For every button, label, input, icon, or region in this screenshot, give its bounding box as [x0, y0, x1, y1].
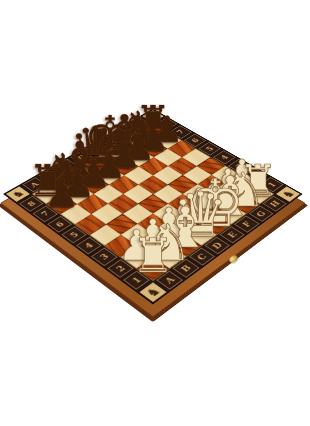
square-a2	[120, 246, 153, 269]
square-a1	[136, 257, 169, 280]
square-f2	[199, 194, 229, 214]
square-e3	[168, 194, 198, 214]
square-d2	[169, 214, 200, 235]
board-face: ♞ABCDEFGH♞8877665544332211♞ABCDEFGH♞	[3, 109, 303, 305]
square-c1	[169, 235, 201, 257]
square-d4	[138, 194, 168, 214]
square-a3	[105, 235, 137, 257]
square-b5	[91, 204, 122, 224]
board-scene: ♞ABCDEFGH♞8877665544332211♞ABCDEFGH♞	[0, 0, 310, 426]
square-c5	[107, 194, 137, 214]
square-e2	[184, 204, 215, 224]
square-b2	[137, 235, 169, 257]
square-b3	[121, 224, 153, 245]
square-f1	[215, 204, 246, 224]
square-b4	[106, 214, 137, 235]
square-d3	[153, 204, 184, 224]
square-b6	[77, 194, 107, 214]
square-c3	[137, 214, 168, 235]
chess-board: ♞ABCDEFGH♞8877665544332211♞ABCDEFGH♞	[3, 109, 303, 305]
square-c4	[122, 204, 153, 224]
square-a4	[90, 224, 122, 245]
square-c2	[153, 224, 185, 245]
square-g1	[229, 194, 259, 214]
product-photo-stage: ♞ABCDEFGH♞8877665544332211♞ABCDEFGH♞ ♜♞♝…	[0, 0, 310, 426]
square-e1	[200, 214, 231, 235]
square-a7	[46, 194, 76, 214]
square-a6	[60, 204, 91, 224]
square-a5	[75, 214, 106, 235]
square-d1	[185, 224, 217, 245]
square-b1	[153, 246, 186, 269]
